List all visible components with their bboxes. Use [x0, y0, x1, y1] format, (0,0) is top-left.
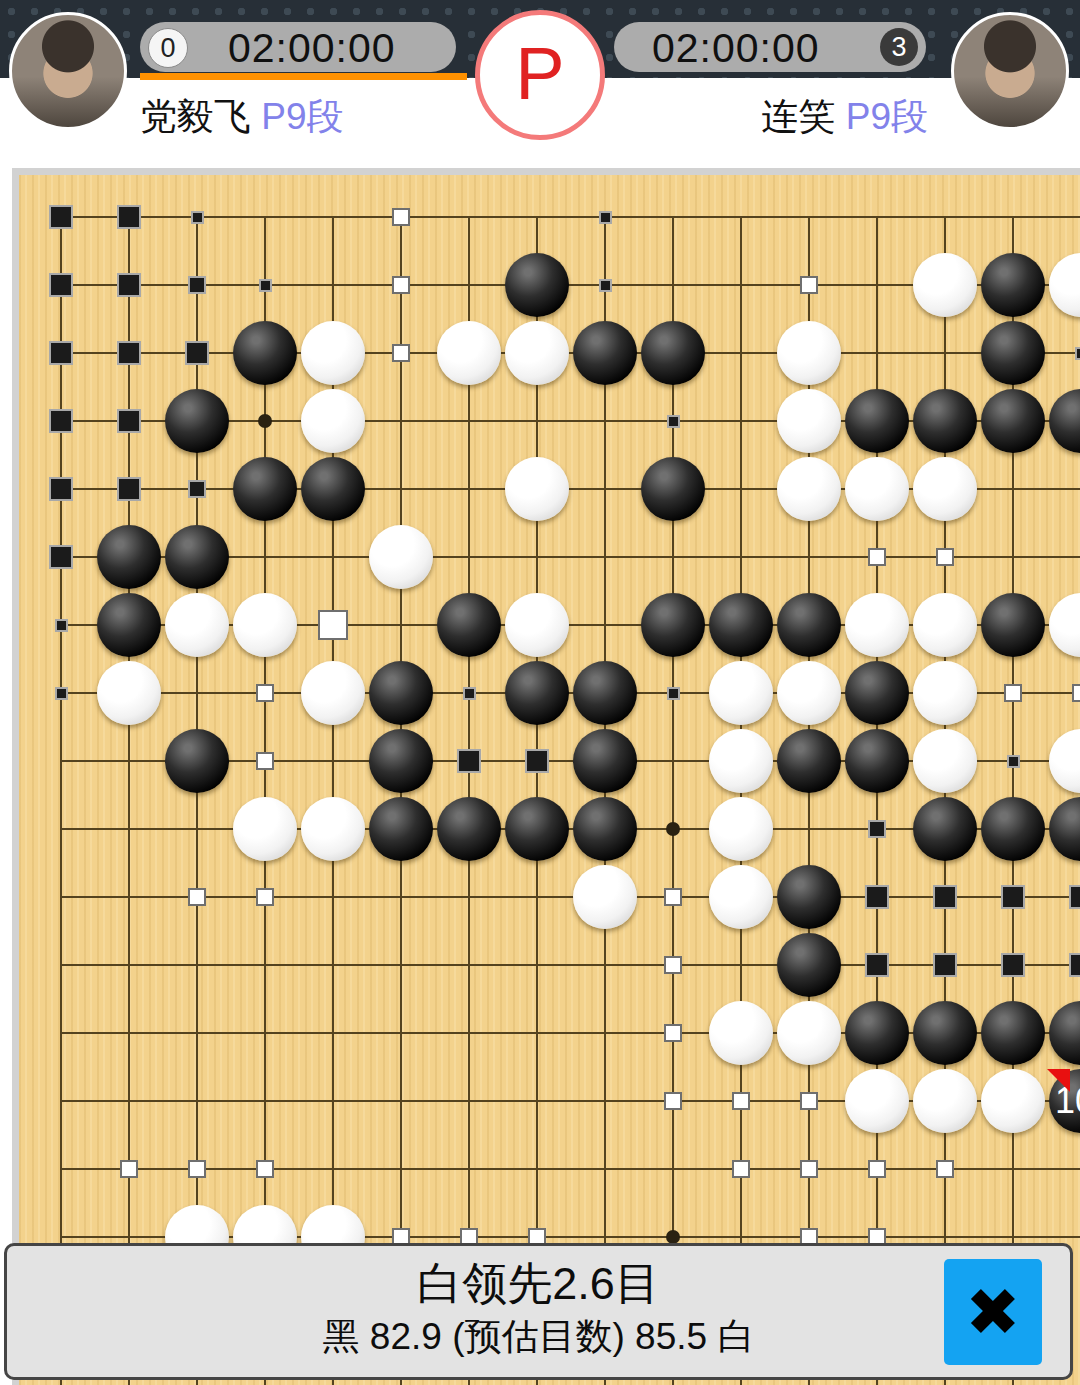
grid-line-horizontal [61, 352, 1080, 354]
stone-black [845, 661, 909, 725]
close-estimate-button[interactable]: ✖ [944, 1259, 1042, 1365]
territory-marker-black [1075, 347, 1080, 360]
go-app-screen: 0 02:00:00 党毅飞 P9段 P 02:00:00 3 连笑 P9段 1… [0, 0, 1080, 1385]
stone-black [641, 321, 705, 385]
stone-black [845, 729, 909, 793]
territory-marker-black [49, 341, 73, 365]
stone-white [97, 661, 161, 725]
stone-white [913, 253, 977, 317]
territory-marker-black [457, 749, 481, 773]
stone-black [845, 389, 909, 453]
territory-marker-white [188, 1160, 206, 1178]
stone-white [777, 321, 841, 385]
stone-white [913, 1069, 977, 1133]
stone-black [777, 729, 841, 793]
territory-marker-black [259, 279, 272, 292]
star-point [666, 822, 680, 836]
territory-marker-white [664, 888, 682, 906]
territory-marker-white [392, 208, 410, 226]
territory-marker-white [936, 1160, 954, 1178]
stone-black [369, 797, 433, 861]
territory-marker-black [49, 273, 73, 297]
stone-white [301, 797, 365, 861]
score-estimate-panel: 白领先2.6目 黑 82.9 (预估目数) 85.5 白 [4, 1243, 1073, 1380]
stone-black [981, 1001, 1045, 1065]
territory-marker-white [800, 1092, 818, 1110]
territory-marker-black [117, 341, 141, 365]
stone-black [437, 797, 501, 861]
territory-marker-white [120, 1160, 138, 1178]
territory-marker-white [188, 888, 206, 906]
stone-black [97, 593, 161, 657]
stone-black [573, 661, 637, 725]
stone-black [573, 729, 637, 793]
stone-white [709, 865, 773, 929]
territory-marker-black [49, 545, 73, 569]
stone-black [913, 797, 977, 861]
score-headline: 白领先2.6目 [7, 1254, 1070, 1314]
stone-black [505, 661, 569, 725]
territory-marker-white [1004, 684, 1022, 702]
territory-marker-black [117, 273, 141, 297]
territory-marker-white [800, 276, 818, 294]
stone-black [641, 593, 705, 657]
stone-black [165, 525, 229, 589]
stone-black [641, 457, 705, 521]
grid-line-vertical [60, 217, 62, 1385]
territory-marker-black [49, 205, 73, 229]
territory-marker-black [525, 749, 549, 773]
territory-marker-black [865, 953, 889, 977]
go-board[interactable]: 10 [0, 0, 1080, 1385]
territory-marker-black [55, 619, 68, 632]
stone-white [913, 457, 977, 521]
stone-white [845, 593, 909, 657]
stone-black [505, 797, 569, 861]
territory-marker-black [1007, 755, 1020, 768]
territory-marker-black [188, 276, 206, 294]
stone-white [981, 1069, 1045, 1133]
stone-black [709, 593, 773, 657]
last-move-triangle-icon [1047, 1069, 1070, 1092]
stone-white [505, 457, 569, 521]
territory-marker-black [185, 341, 209, 365]
stone-black [777, 593, 841, 657]
territory-marker-black [188, 480, 206, 498]
stone-white [709, 661, 773, 725]
stone-white [709, 729, 773, 793]
stone-white [709, 1001, 773, 1065]
territory-marker-black [599, 279, 612, 292]
stone-black [165, 729, 229, 793]
stone-white [505, 593, 569, 657]
territory-marker-black [1001, 953, 1025, 977]
territory-marker-white [256, 684, 274, 702]
stone-white [301, 321, 365, 385]
territory-marker-white [392, 276, 410, 294]
stone-white [777, 457, 841, 521]
stone-black [981, 593, 1045, 657]
stone-white [709, 797, 773, 861]
territory-marker-black [117, 477, 141, 501]
territory-marker-black [49, 409, 73, 433]
stone-black [777, 865, 841, 929]
territory-marker-black [1001, 885, 1025, 909]
star-point [258, 414, 272, 428]
territory-marker-black [933, 885, 957, 909]
grid-line-horizontal [61, 1168, 1080, 1170]
territory-marker-white [732, 1092, 750, 1110]
stone-black [845, 1001, 909, 1065]
stone-black [913, 389, 977, 453]
stone-white [845, 457, 909, 521]
stone-white [845, 1069, 909, 1133]
stone-white [437, 321, 501, 385]
territory-marker-white [936, 548, 954, 566]
stone-white [777, 1001, 841, 1065]
stone-black [981, 253, 1045, 317]
stone-white [165, 593, 229, 657]
territory-marker-white [868, 1160, 886, 1178]
stone-black [981, 797, 1045, 861]
territory-marker-white [664, 956, 682, 974]
stone-white [573, 865, 637, 929]
territory-marker-white [664, 1024, 682, 1042]
territory-marker-black [1069, 885, 1080, 909]
stone-black [777, 933, 841, 997]
territory-marker-black [49, 477, 73, 501]
stone-white [301, 389, 365, 453]
territory-marker-black [1069, 953, 1080, 977]
stone-black [981, 321, 1045, 385]
stone-white [777, 661, 841, 725]
star-point [666, 1230, 680, 1244]
territory-marker-white [256, 752, 274, 770]
territory-marker-black [463, 687, 476, 700]
grid-line-horizontal [61, 216, 1080, 218]
territory-marker-white [868, 548, 886, 566]
stone-black [913, 1001, 977, 1065]
territory-marker-black [865, 885, 889, 909]
territory-marker-white [256, 888, 274, 906]
stone-white [913, 593, 977, 657]
stone-black [97, 525, 161, 589]
stone-white [777, 389, 841, 453]
territory-marker-black [667, 687, 680, 700]
territory-marker-white [318, 610, 348, 640]
territory-marker-black [55, 687, 68, 700]
territory-marker-black [933, 953, 957, 977]
stone-black [369, 729, 433, 793]
stone-white [301, 661, 365, 725]
territory-marker-white [800, 1160, 818, 1178]
stone-black [369, 661, 433, 725]
stone-white [505, 321, 569, 385]
stone-black [233, 457, 297, 521]
territory-marker-black [117, 205, 141, 229]
territory-marker-white [392, 344, 410, 362]
stone-black [165, 389, 229, 453]
territory-marker-white [256, 1160, 274, 1178]
territory-marker-black [868, 820, 886, 838]
stone-white [233, 797, 297, 861]
grid-line-vertical [128, 217, 130, 1385]
stone-black [981, 389, 1045, 453]
stone-black [505, 253, 569, 317]
territory-marker-black [117, 409, 141, 433]
stone-white [913, 729, 977, 793]
stone-black [301, 457, 365, 521]
territory-marker-white [664, 1092, 682, 1110]
territory-marker-black [667, 415, 680, 428]
stone-white [233, 593, 297, 657]
grid-line-horizontal [61, 896, 1080, 898]
grid-line-vertical [672, 217, 674, 1385]
stone-black [573, 797, 637, 861]
stone-white [913, 661, 977, 725]
stone-black [437, 593, 501, 657]
grid-line-horizontal [61, 964, 1080, 966]
territory-marker-black [191, 211, 204, 224]
territory-marker-white [732, 1160, 750, 1178]
score-detail: 黑 82.9 (预估目数) 85.5 白 [7, 1312, 1070, 1362]
territory-marker-black [599, 211, 612, 224]
stone-white [369, 525, 433, 589]
stone-black [573, 321, 637, 385]
stone-black [233, 321, 297, 385]
territory-marker-white [1072, 684, 1080, 702]
